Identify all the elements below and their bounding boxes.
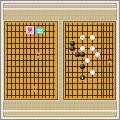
frame-molding-bottom xyxy=(2,110,118,112)
frame-molding-top xyxy=(2,8,118,10)
right-go-board[interactable]: A xyxy=(65,23,115,98)
boards-row: 第≡ A xyxy=(4,21,116,100)
problem-label-tag: 第 xyxy=(26,26,34,34)
hoshi-point xyxy=(33,86,37,92)
black-stone xyxy=(80,75,85,81)
board-intersection[interactable] xyxy=(52,92,56,98)
white-stone xyxy=(85,58,90,64)
white-stone xyxy=(95,52,100,58)
right-board-panel[interactable]: A xyxy=(63,21,117,100)
black-stone xyxy=(80,63,85,69)
problem-label-tag: ≡ xyxy=(35,27,44,34)
hoshi-point xyxy=(36,52,40,58)
board-letter-annotation: A xyxy=(108,58,111,64)
white-stone xyxy=(80,35,85,41)
white-stone xyxy=(90,35,95,41)
stone-mark-dot xyxy=(82,37,84,39)
white-stone xyxy=(90,69,95,75)
left-board-panel[interactable]: 第≡ xyxy=(4,21,58,100)
framed-go-diagram: 第≡ A xyxy=(0,0,120,120)
stone-mark-dot xyxy=(82,77,84,79)
board-intersection[interactable] xyxy=(111,92,114,98)
